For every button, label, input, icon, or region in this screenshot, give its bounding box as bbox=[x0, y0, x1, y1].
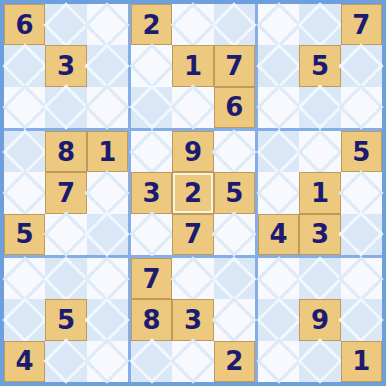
cell-r9c4[interactable] bbox=[131, 341, 172, 382]
cell-r9c9[interactable]: 1 bbox=[341, 341, 382, 382]
cell-r1c1[interactable]: 6 bbox=[4, 4, 45, 45]
cell-r2c5[interactable]: 1 bbox=[172, 45, 213, 86]
cell-r5c8[interactable]: 1 bbox=[299, 172, 340, 213]
box-8: 7832 bbox=[131, 258, 255, 382]
cell-r5c4[interactable]: 3 bbox=[131, 172, 172, 213]
box-5: 93257 bbox=[131, 131, 255, 255]
cell-r4c5[interactable]: 9 bbox=[172, 131, 213, 172]
cell-r5c1[interactable] bbox=[4, 172, 45, 213]
cell-r9c2[interactable] bbox=[45, 341, 86, 382]
cell-r6c6[interactable] bbox=[214, 214, 255, 255]
cell-r4c6[interactable] bbox=[214, 131, 255, 172]
cell-r2c6[interactable]: 7 bbox=[214, 45, 255, 86]
cell-r1c5[interactable] bbox=[172, 4, 213, 45]
cell-r2c7[interactable] bbox=[258, 45, 299, 86]
cell-r5c6[interactable]: 5 bbox=[214, 172, 255, 213]
cell-r6c1[interactable]: 5 bbox=[4, 214, 45, 255]
cell-r2c1[interactable] bbox=[4, 45, 45, 86]
cell-r3c1[interactable] bbox=[4, 87, 45, 128]
cell-r8c2[interactable]: 5 bbox=[45, 299, 86, 340]
box-7: 54 bbox=[4, 258, 128, 382]
cell-r5c2[interactable]: 7 bbox=[45, 172, 86, 213]
cell-r7c1[interactable] bbox=[4, 258, 45, 299]
sudoku-board: 63217675817593257514354783291 bbox=[0, 0, 386, 386]
box-3: 75 bbox=[258, 4, 382, 128]
cell-r7c9[interactable] bbox=[341, 258, 382, 299]
box-9: 91 bbox=[258, 258, 382, 382]
cell-r6c3[interactable] bbox=[87, 214, 128, 255]
cell-r7c3[interactable] bbox=[87, 258, 128, 299]
cell-r8c9[interactable] bbox=[341, 299, 382, 340]
box-4: 8175 bbox=[4, 131, 128, 255]
cell-r7c5[interactable] bbox=[172, 258, 213, 299]
box-2: 2176 bbox=[131, 4, 255, 128]
cell-r9c5[interactable] bbox=[172, 341, 213, 382]
cell-r8c4[interactable]: 8 bbox=[131, 299, 172, 340]
cell-r6c9[interactable] bbox=[341, 214, 382, 255]
cell-r1c4[interactable]: 2 bbox=[131, 4, 172, 45]
cell-r3c8[interactable] bbox=[299, 87, 340, 128]
cell-r1c7[interactable] bbox=[258, 4, 299, 45]
cell-r8c1[interactable] bbox=[4, 299, 45, 340]
cell-r5c9[interactable] bbox=[341, 172, 382, 213]
cell-r1c3[interactable] bbox=[87, 4, 128, 45]
cell-r1c6[interactable] bbox=[214, 4, 255, 45]
cell-r9c6[interactable]: 2 bbox=[214, 341, 255, 382]
cell-r8c6[interactable] bbox=[214, 299, 255, 340]
cell-r8c5[interactable]: 3 bbox=[172, 299, 213, 340]
cell-r4c2[interactable]: 8 bbox=[45, 131, 86, 172]
cell-r7c4[interactable]: 7 bbox=[131, 258, 172, 299]
cell-r7c2[interactable] bbox=[45, 258, 86, 299]
cell-r5c3[interactable] bbox=[87, 172, 128, 213]
cell-r3c6[interactable]: 6 bbox=[214, 87, 255, 128]
cell-r8c3[interactable] bbox=[87, 299, 128, 340]
cell-r6c7[interactable]: 4 bbox=[258, 214, 299, 255]
cell-r3c3[interactable] bbox=[87, 87, 128, 128]
cell-r6c2[interactable] bbox=[45, 214, 86, 255]
cell-r2c2[interactable]: 3 bbox=[45, 45, 86, 86]
cell-r6c8[interactable]: 3 bbox=[299, 214, 340, 255]
cell-r3c4[interactable] bbox=[131, 87, 172, 128]
cell-r6c5[interactable]: 7 bbox=[172, 214, 213, 255]
cell-r2c4[interactable] bbox=[131, 45, 172, 86]
cell-r1c8[interactable] bbox=[299, 4, 340, 45]
cell-r4c7[interactable] bbox=[258, 131, 299, 172]
cell-r3c9[interactable] bbox=[341, 87, 382, 128]
cell-r5c5[interactable]: 2 bbox=[172, 172, 213, 213]
box-1: 63 bbox=[4, 4, 128, 128]
cell-r9c3[interactable] bbox=[87, 341, 128, 382]
cell-r7c8[interactable] bbox=[299, 258, 340, 299]
cell-r6c4[interactable] bbox=[131, 214, 172, 255]
cell-r3c2[interactable] bbox=[45, 87, 86, 128]
cell-r4c1[interactable] bbox=[4, 131, 45, 172]
cell-r8c8[interactable]: 9 bbox=[299, 299, 340, 340]
cell-r7c7[interactable] bbox=[258, 258, 299, 299]
cell-r3c7[interactable] bbox=[258, 87, 299, 128]
cell-r4c3[interactable]: 1 bbox=[87, 131, 128, 172]
cell-r2c3[interactable] bbox=[87, 45, 128, 86]
cell-r2c8[interactable]: 5 bbox=[299, 45, 340, 86]
cell-r9c8[interactable] bbox=[299, 341, 340, 382]
cell-r8c7[interactable] bbox=[258, 299, 299, 340]
cell-r4c9[interactable]: 5 bbox=[341, 131, 382, 172]
cell-r4c8[interactable] bbox=[299, 131, 340, 172]
cell-r3c5[interactable] bbox=[172, 87, 213, 128]
box-6: 5143 bbox=[258, 131, 382, 255]
cell-r4c4[interactable] bbox=[131, 131, 172, 172]
cell-r7c6[interactable] bbox=[214, 258, 255, 299]
cell-r2c9[interactable] bbox=[341, 45, 382, 86]
cell-r1c2[interactable] bbox=[45, 4, 86, 45]
cell-r1c9[interactable]: 7 bbox=[341, 4, 382, 45]
cell-r9c1[interactable]: 4 bbox=[4, 341, 45, 382]
cell-r5c7[interactable] bbox=[258, 172, 299, 213]
cell-r9c7[interactable] bbox=[258, 341, 299, 382]
